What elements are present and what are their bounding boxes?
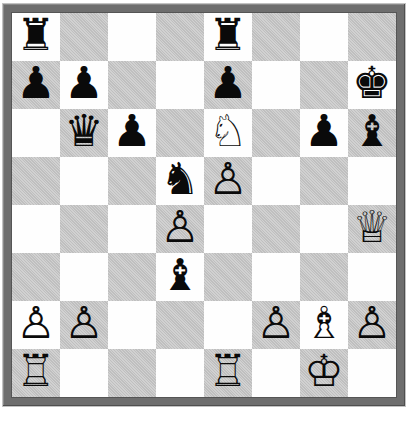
- square-c7: [108, 61, 156, 109]
- square-f4: [252, 205, 300, 253]
- piece-white-pawn: ♙: [256, 301, 295, 347]
- square-h5: [348, 157, 396, 205]
- square-f8: [252, 13, 300, 61]
- square-a1: ♖: [12, 349, 60, 397]
- square-f5: [252, 157, 300, 205]
- piece-black-pawn: ♟: [208, 61, 247, 107]
- square-h8: [348, 13, 396, 61]
- square-h1: [348, 349, 396, 397]
- square-g1: ♔: [300, 349, 348, 397]
- piece-black-king: ♚: [352, 61, 391, 107]
- square-g3: [300, 253, 348, 301]
- piece-black-pawn: ♟: [304, 109, 343, 155]
- square-e5: ♙: [204, 157, 252, 205]
- square-h2: ♙: [348, 301, 396, 349]
- piece-white-pawn: ♙: [352, 301, 391, 347]
- square-h6: ♝: [348, 109, 396, 157]
- piece-white-pawn: ♙: [208, 157, 247, 203]
- square-b2: ♙: [60, 301, 108, 349]
- square-e2: [204, 301, 252, 349]
- piece-white-pawn: ♙: [64, 301, 103, 347]
- piece-white-queen: ♕: [352, 205, 391, 251]
- square-h3: [348, 253, 396, 301]
- square-c3: [108, 253, 156, 301]
- square-f2: ♙: [252, 301, 300, 349]
- square-d2: [156, 301, 204, 349]
- piece-black-knight: ♞: [160, 157, 199, 203]
- square-d6: [156, 109, 204, 157]
- piece-black-pawn: ♟: [112, 109, 151, 155]
- square-a5: [12, 157, 60, 205]
- piece-white-rook: ♖: [208, 349, 247, 395]
- square-a6: [12, 109, 60, 157]
- square-b5: [60, 157, 108, 205]
- square-g5: [300, 157, 348, 205]
- square-g4: [300, 205, 348, 253]
- piece-white-knight: ♘: [208, 109, 247, 155]
- square-d3: ♝: [156, 253, 204, 301]
- piece-black-queen: ♛: [64, 109, 103, 155]
- square-b8: [60, 13, 108, 61]
- square-g8: [300, 13, 348, 61]
- piece-white-pawn: ♙: [16, 301, 55, 347]
- square-d4: ♙: [156, 205, 204, 253]
- piece-black-pawn: ♟: [64, 61, 103, 107]
- square-b7: ♟: [60, 61, 108, 109]
- square-a2: ♙: [12, 301, 60, 349]
- piece-black-bishop: ♝: [352, 109, 391, 155]
- square-b4: [60, 205, 108, 253]
- square-d5: ♞: [156, 157, 204, 205]
- piece-black-pawn: ♟: [16, 61, 55, 107]
- square-h7: ♚: [348, 61, 396, 109]
- square-g2: ♗: [300, 301, 348, 349]
- square-a8: ♜: [12, 13, 60, 61]
- square-f7: [252, 61, 300, 109]
- square-e4: [204, 205, 252, 253]
- square-c1: [108, 349, 156, 397]
- chess-diagram-page: ♜♜♟♟♟♚♛♟♘♟♝♞♙♙♕♝♙♙♙♗♙♖♖♔: [0, 0, 414, 425]
- square-b1: [60, 349, 108, 397]
- square-g7: [300, 61, 348, 109]
- square-c5: [108, 157, 156, 205]
- square-c2: [108, 301, 156, 349]
- square-d7: [156, 61, 204, 109]
- chess-board-frame: ♜♜♟♟♟♚♛♟♘♟♝♞♙♙♕♝♙♙♙♗♙♖♖♔: [2, 3, 406, 407]
- square-d1: [156, 349, 204, 397]
- square-e8: ♜: [204, 13, 252, 61]
- square-f6: [252, 109, 300, 157]
- square-a4: [12, 205, 60, 253]
- chess-board: ♜♜♟♟♟♚♛♟♘♟♝♞♙♙♕♝♙♙♙♗♙♖♖♔: [11, 12, 397, 398]
- square-e6: ♘: [204, 109, 252, 157]
- square-c4: [108, 205, 156, 253]
- square-e7: ♟: [204, 61, 252, 109]
- square-a7: ♟: [12, 61, 60, 109]
- piece-black-rook: ♜: [208, 13, 247, 59]
- square-b6: ♛: [60, 109, 108, 157]
- square-g6: ♟: [300, 109, 348, 157]
- square-c6: ♟: [108, 109, 156, 157]
- square-d8: [156, 13, 204, 61]
- square-h4: ♕: [348, 205, 396, 253]
- square-a3: [12, 253, 60, 301]
- square-f1: [252, 349, 300, 397]
- piece-black-rook: ♜: [16, 13, 55, 59]
- square-f3: [252, 253, 300, 301]
- piece-white-king: ♔: [304, 349, 343, 395]
- square-e3: [204, 253, 252, 301]
- piece-white-rook: ♖: [16, 349, 55, 395]
- piece-white-pawn: ♙: [160, 205, 199, 251]
- piece-black-bishop: ♝: [160, 253, 199, 299]
- square-e1: ♖: [204, 349, 252, 397]
- square-c8: [108, 13, 156, 61]
- piece-white-bishop: ♗: [304, 301, 343, 347]
- square-b3: [60, 253, 108, 301]
